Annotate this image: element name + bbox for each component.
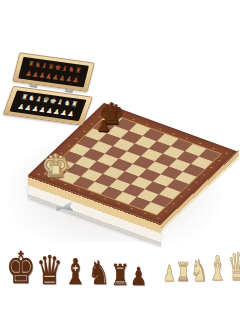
dark-pieces-lineup: ♚♛♝♞♜♟ (6, 228, 147, 288)
dark-lineup-piece-k: ♚ (6, 248, 36, 288)
dark-lineup-piece-n: ♞ (88, 258, 110, 288)
storage-box-lid-interior: ♜♞♝♛♚♝♞♜♟♟♟♟♟♟♟♟ (18, 57, 89, 88)
dark-lineup-piece-q: ♛ (36, 252, 63, 288)
dark-lineup-piece-r: ♜ (110, 262, 130, 288)
storage-box: ♜♞♝♛♚♝♞♜♟♟♟♟♟♟♟♟ ♜♞♝♛♚♝♞♜♟♟♟♟♟♟♟♟ (9, 52, 93, 126)
light-lineup-piece-r: ♜ (176, 261, 191, 284)
storage-box-base-interior: ♜♞♝♛♚♝♞♜♟♟♟♟♟♟♟♟ (9, 90, 86, 121)
light-lineup-piece-q: ♛ (227, 250, 240, 284)
light-pieces-lineup: ♟♜♞♝♛♚ (163, 228, 240, 284)
product-photo: ♜♞♝♛♚♝♞♜♟♟♟♟♟♟♟♟ ♜♞♝♛♚♝♞♜♟♟♟♟♟♟♟♟ ♜♞♝♛♚♝… (0, 0, 240, 329)
light-lineup-piece-p: ♟ (163, 264, 176, 284)
dark-lineup-piece-b: ♝ (63, 256, 88, 288)
light-lineup-piece-b: ♝ (208, 253, 228, 284)
dark-lineup-piece-p: ♟ (130, 266, 147, 289)
light-lineup-piece-n: ♞ (191, 257, 208, 284)
